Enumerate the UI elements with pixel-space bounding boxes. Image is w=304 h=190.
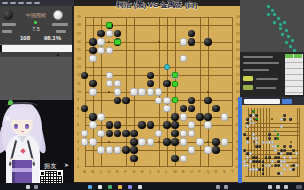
white-stone	[196, 138, 204, 146]
white-sub-label	[56, 30, 66, 33]
taskbar-tray-icon[interactable]	[224, 185, 228, 189]
black-stone	[89, 47, 97, 55]
black-stone	[262, 172, 265, 175]
white-stone	[97, 146, 105, 154]
white-stone	[249, 118, 252, 121]
white-stone	[180, 138, 188, 146]
tree-node[interactable]	[277, 17, 280, 20]
coord-letter: E	[116, 170, 120, 174]
table-row	[285, 92, 303, 93]
coord-number: 9	[236, 98, 242, 102]
white-stone	[97, 47, 105, 55]
white-stone	[138, 88, 146, 96]
clover-hair-ornament-icon	[8, 100, 13, 105]
vtuber-avatar-panel: 拥友 ➤	[0, 100, 74, 183]
black-stone	[163, 121, 171, 129]
coord-letter: J	[149, 170, 153, 174]
tree-node[interactable]	[267, 13, 270, 16]
tree-node[interactable]	[283, 21, 286, 24]
white-stone	[280, 164, 283, 167]
analysis-text-line	[243, 56, 273, 58]
white-winrate: 98.1%	[44, 35, 61, 41]
black-stone	[196, 113, 204, 121]
taskbar-icon[interactable]	[34, 185, 38, 189]
black-stone-icon	[3, 10, 13, 20]
tree-node[interactable]	[291, 39, 294, 42]
black-sub-label	[2, 30, 12, 33]
black-stone	[171, 138, 179, 146]
coord-number: 2	[236, 157, 242, 161]
coord-number: 6	[77, 123, 83, 127]
white-stone	[221, 113, 229, 121]
avatar-eye	[25, 124, 29, 129]
tree-node[interactable]	[271, 9, 274, 12]
table-row	[285, 68, 303, 69]
coord-number: 3	[77, 148, 83, 152]
coord-letter: O	[190, 170, 194, 174]
star-point	[207, 141, 209, 143]
mini-go-board[interactable]	[242, 105, 304, 182]
windows-taskbar[interactable]	[0, 183, 304, 190]
match-title: 柯洁 (黑) VS 金禹丞 (白)	[74, 0, 240, 10]
tree-node[interactable]	[281, 33, 284, 36]
taskbar-app-icon[interactable]	[128, 185, 132, 189]
black-stone	[122, 146, 130, 154]
menu-item[interactable]	[34, 2, 40, 4]
coord-number: 8	[236, 107, 242, 111]
black-stone	[283, 145, 286, 148]
table-row	[285, 86, 303, 87]
white-stone	[268, 164, 271, 167]
black-stone	[171, 113, 179, 121]
white-stone	[97, 38, 105, 46]
coord-number: 13	[236, 65, 242, 69]
tree-node[interactable]	[279, 23, 282, 26]
coord-letter: T	[231, 170, 235, 174]
coord-number: 19	[77, 15, 83, 19]
white-stone	[130, 88, 138, 96]
coord-number: 7	[236, 115, 242, 119]
coord-number: 13	[77, 65, 83, 69]
black-stone	[277, 156, 280, 159]
coord-number: 11	[236, 82, 242, 86]
white-stone	[271, 141, 274, 144]
black-stone	[106, 121, 114, 129]
black-stone	[283, 149, 286, 152]
black-player-label	[2, 23, 16, 26]
coord-letter: Q	[207, 170, 211, 174]
coord-number: 6	[236, 123, 242, 127]
black-stone	[289, 118, 292, 121]
black-stone	[243, 149, 246, 152]
purple-book-band	[12, 168, 32, 172]
taskbar-app-icon[interactable]	[138, 185, 142, 189]
coord-letter: B	[91, 170, 95, 174]
status-dot	[34, 21, 37, 24]
star-point	[271, 165, 273, 167]
white-stone	[106, 146, 114, 154]
coord-number: 12	[236, 73, 242, 77]
tree-node[interactable]	[287, 35, 290, 38]
star-point	[207, 91, 209, 93]
coord-number: 2	[77, 157, 83, 161]
black-stone	[283, 118, 286, 121]
white-stone	[221, 138, 229, 146]
star-point	[158, 141, 160, 143]
table-row	[285, 62, 303, 63]
black-stone	[122, 97, 130, 105]
taskbar-app-icon[interactable]	[108, 185, 112, 189]
white-stone	[163, 105, 171, 113]
coord-number: 4	[236, 140, 242, 144]
coord-number: 11	[77, 82, 83, 86]
mini-board-toolbar	[242, 97, 304, 105]
analysis-text-line	[243, 62, 279, 64]
coord-number: 14	[77, 57, 83, 61]
tree-node[interactable]	[273, 21, 276, 24]
black-stone	[89, 113, 97, 121]
analysis-table	[285, 54, 303, 95]
show-desktop-button[interactable]	[296, 185, 302, 189]
taskbar-clock[interactable]	[284, 185, 288, 189]
qr-eye	[57, 171, 62, 176]
qr-code	[39, 170, 63, 183]
coord-number: 7	[77, 115, 83, 119]
arrow-icon: ➤	[64, 161, 69, 168]
tree-node[interactable]	[285, 41, 288, 44]
table-header-cell	[294, 54, 302, 58]
game-tree[interactable]	[240, 0, 304, 52]
black-stone	[89, 80, 97, 88]
white-stone	[89, 55, 97, 63]
white-stone	[97, 113, 105, 121]
main-go-board[interactable]: ABCDEFGHJKLMNOPQRST191918181717161615151…	[74, 6, 240, 182]
coord-number: 1	[236, 165, 242, 169]
black-stone	[268, 133, 271, 136]
tree-node[interactable]	[289, 45, 292, 48]
winrate-bar-black-segment	[0, 45, 2, 52]
menu-item[interactable]	[2, 2, 8, 4]
komi-value: 7.5	[28, 26, 44, 32]
coord-number: 16	[77, 40, 83, 44]
coord-letter: H	[141, 170, 145, 174]
coord-number: 17	[236, 32, 242, 36]
black-stone	[246, 137, 249, 140]
white-stone	[204, 146, 212, 154]
black-stone	[212, 138, 220, 146]
info-panel-lower	[0, 57, 72, 106]
white-stone	[286, 164, 289, 167]
white-stone	[180, 38, 188, 46]
white-stone	[283, 168, 286, 171]
analysis-text-line	[243, 69, 269, 71]
menu-item[interactable]	[10, 2, 16, 4]
star-point	[158, 41, 160, 43]
white-stone	[163, 97, 171, 105]
game-info-panel: 中国围棋 7.5 108 98.1%	[0, 6, 72, 100]
white-stone	[89, 121, 97, 129]
tree-node[interactable]	[273, 13, 276, 16]
star-point	[253, 165, 255, 167]
analysis-badge[interactable]	[243, 85, 253, 90]
coord-letter: R	[215, 170, 219, 174]
winrate-caret-icon	[56, 53, 60, 56]
coord-letter: K	[157, 170, 161, 174]
coord-letter: D	[108, 170, 112, 174]
coord-number: 10	[77, 90, 83, 94]
black-stone	[130, 138, 138, 146]
white-stone	[283, 160, 286, 163]
white-stone	[147, 138, 155, 146]
start-button-icon[interactable]	[26, 185, 30, 189]
coord-number: 9	[77, 98, 83, 102]
black-stone	[204, 97, 212, 105]
menu-item[interactable]	[18, 2, 24, 4]
white-stone	[147, 88, 155, 96]
white-stone	[204, 121, 212, 129]
green-move-marker	[114, 39, 120, 45]
coord-letter: P	[198, 170, 202, 174]
white-stone	[274, 149, 277, 152]
tree-node[interactable]	[267, 5, 270, 8]
black-stone	[283, 114, 286, 117]
taskbar-tray-icon[interactable]	[268, 185, 272, 189]
white-stone	[295, 164, 298, 167]
winrate-bar	[0, 44, 72, 52]
white-stone	[89, 138, 97, 146]
black-stone	[204, 113, 212, 121]
coord-number: 19	[236, 15, 242, 19]
analysis-panel	[240, 52, 304, 97]
analysis-text-line	[256, 87, 276, 89]
white-stone	[114, 88, 122, 96]
coord-number: 16	[236, 40, 242, 44]
coord-number: 18	[77, 23, 83, 27]
black-stone	[122, 130, 130, 138]
taskbar-app-icon[interactable]	[98, 185, 102, 189]
tree-node[interactable]	[279, 27, 282, 30]
coord-letter: F	[124, 170, 128, 174]
black-stone	[268, 156, 271, 159]
coord-number: 10	[236, 90, 242, 94]
coord-letter: N	[182, 170, 186, 174]
coord-number: 17	[77, 32, 83, 36]
analysis-badge[interactable]	[243, 76, 253, 81]
coord-number: 3	[236, 148, 242, 152]
search-input[interactable]	[244, 99, 280, 104]
taskbar-tray-icon[interactable]	[216, 185, 220, 189]
coord-letter: G	[133, 170, 137, 174]
white-stone	[138, 138, 146, 146]
black-stone	[130, 146, 138, 154]
green-move-marker	[253, 110, 255, 112]
taskbar-tray-icon[interactable]	[276, 185, 280, 189]
coord-letter: C	[100, 170, 104, 174]
qr-eye	[40, 171, 45, 176]
table-header-cell	[285, 54, 293, 58]
tree-node[interactable]	[285, 29, 288, 32]
black-stone	[292, 168, 295, 171]
coord-number: 14	[236, 57, 242, 61]
black-stone	[163, 80, 171, 88]
black-stone	[204, 38, 212, 46]
green-move-marker	[106, 22, 112, 28]
coord-letter: L	[165, 170, 169, 174]
coord-number: 18	[236, 23, 242, 27]
white-stone	[280, 172, 283, 175]
coord-number: 15	[236, 48, 242, 52]
white-stone	[246, 141, 249, 144]
table-row	[285, 74, 303, 75]
coord-number: 15	[77, 48, 83, 52]
coord-number: 1	[77, 165, 83, 169]
avatar-bangs	[9, 108, 35, 120]
white-player-label	[52, 23, 68, 26]
coord-letter: M	[174, 170, 178, 174]
black-stone	[163, 138, 171, 146]
black-stone	[171, 121, 179, 129]
white-stone	[271, 160, 274, 163]
coord-letter: A	[83, 170, 87, 174]
go-button[interactable]	[282, 99, 292, 104]
black-stone	[268, 137, 271, 140]
event-name: 中国围棋	[16, 12, 56, 18]
cyan-move-marker	[164, 64, 170, 70]
menu-item[interactable]	[26, 2, 32, 4]
green-move-marker	[172, 97, 178, 103]
black-stone	[289, 145, 292, 148]
move-number: 108	[20, 35, 30, 41]
black-stone	[89, 38, 97, 46]
white-stone	[180, 113, 188, 121]
avatar-eye	[14, 124, 18, 129]
coord-letter: S	[223, 170, 227, 174]
black-stone	[292, 149, 295, 152]
white-stone	[89, 88, 97, 96]
taskbar-app-icon[interactable]	[118, 185, 122, 189]
green-move-marker	[172, 72, 178, 78]
taskbar-app-icon[interactable]	[88, 185, 92, 189]
analysis-text-line	[256, 78, 278, 80]
black-stone	[188, 38, 196, 46]
coord-number: 5	[236, 132, 242, 136]
green-move-marker	[172, 81, 178, 87]
table-row	[285, 80, 303, 81]
